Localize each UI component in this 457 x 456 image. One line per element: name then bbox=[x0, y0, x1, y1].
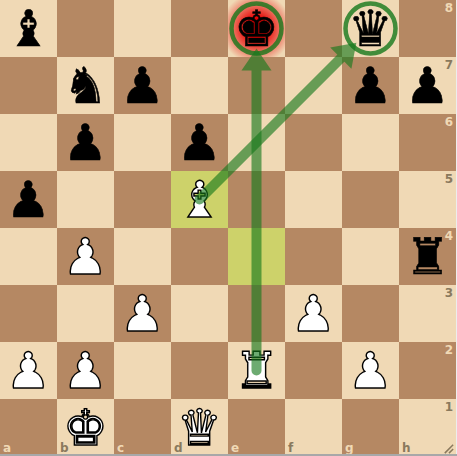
square-f7[interactable] bbox=[285, 57, 342, 114]
square-d6[interactable]: ♟ bbox=[171, 114, 228, 171]
piece-white-bishop[interactable]: ♝ bbox=[171, 171, 228, 228]
square-e1[interactable]: e bbox=[228, 399, 285, 456]
square-b5[interactable] bbox=[57, 171, 114, 228]
piece-black-pawn[interactable]: ♟ bbox=[399, 57, 456, 114]
square-e8[interactable]: ♚ bbox=[228, 0, 285, 57]
square-c2[interactable] bbox=[114, 342, 171, 399]
square-c6[interactable] bbox=[114, 114, 171, 171]
square-f3[interactable]: ♟ bbox=[285, 285, 342, 342]
piece-white-queen[interactable]: ♛ bbox=[171, 399, 228, 456]
square-b1[interactable]: ♚b bbox=[57, 399, 114, 456]
piece-white-king[interactable]: ♚ bbox=[57, 399, 114, 456]
board-resize-handle-icon[interactable] bbox=[442, 442, 455, 455]
rank-label-1: 1 bbox=[445, 400, 453, 414]
square-g6[interactable] bbox=[342, 114, 399, 171]
rank-label-2: 2 bbox=[445, 343, 453, 357]
square-a6[interactable] bbox=[0, 114, 57, 171]
piece-black-queen[interactable]: ♛ bbox=[342, 0, 399, 57]
piece-black-pawn[interactable]: ♟ bbox=[171, 114, 228, 171]
file-label-g: g bbox=[345, 441, 354, 455]
square-g5[interactable] bbox=[342, 171, 399, 228]
chess-board-widget: ♝♚♛8♞♟♟♟7♟♟6♟♝5♟♜4♟♟3♟♟♜♟2a♚bc♛defgh1 bbox=[0, 0, 457, 456]
piece-black-pawn[interactable]: ♟ bbox=[114, 57, 171, 114]
square-h2[interactable]: 2 bbox=[399, 342, 456, 399]
square-h6[interactable]: 6 bbox=[399, 114, 456, 171]
square-f4[interactable] bbox=[285, 228, 342, 285]
piece-black-pawn[interactable]: ♟ bbox=[57, 114, 114, 171]
square-f2[interactable] bbox=[285, 342, 342, 399]
piece-white-pawn[interactable]: ♟ bbox=[57, 228, 114, 285]
square-f8[interactable] bbox=[285, 0, 342, 57]
piece-black-rook[interactable]: ♜ bbox=[399, 228, 456, 285]
square-h7[interactable]: ♟7 bbox=[399, 57, 456, 114]
piece-white-pawn[interactable]: ♟ bbox=[0, 342, 57, 399]
square-a8[interactable]: ♝ bbox=[0, 0, 57, 57]
square-c8[interactable] bbox=[114, 0, 171, 57]
rank-label-5: 5 bbox=[445, 172, 453, 186]
square-c5[interactable] bbox=[114, 171, 171, 228]
square-a3[interactable] bbox=[0, 285, 57, 342]
square-d7[interactable] bbox=[171, 57, 228, 114]
file-label-e: e bbox=[231, 441, 239, 455]
square-a2[interactable]: ♟ bbox=[0, 342, 57, 399]
square-e4[interactable] bbox=[228, 228, 285, 285]
square-g8[interactable]: ♛ bbox=[342, 0, 399, 57]
file-label-a: a bbox=[3, 441, 11, 455]
piece-white-pawn[interactable]: ♟ bbox=[57, 342, 114, 399]
rank-label-3: 3 bbox=[445, 286, 453, 300]
square-b4[interactable]: ♟ bbox=[57, 228, 114, 285]
file-label-f: f bbox=[288, 441, 293, 455]
piece-black-pawn[interactable]: ♟ bbox=[0, 171, 57, 228]
file-label-h: h bbox=[402, 441, 411, 455]
square-b7[interactable]: ♞ bbox=[57, 57, 114, 114]
square-d5[interactable]: ♝ bbox=[171, 171, 228, 228]
square-b6[interactable]: ♟ bbox=[57, 114, 114, 171]
piece-white-rook[interactable]: ♜ bbox=[228, 342, 285, 399]
square-a5[interactable]: ♟ bbox=[0, 171, 57, 228]
square-e7[interactable] bbox=[228, 57, 285, 114]
square-f1[interactable]: f bbox=[285, 399, 342, 456]
square-d3[interactable] bbox=[171, 285, 228, 342]
square-c3[interactable]: ♟ bbox=[114, 285, 171, 342]
square-g3[interactable] bbox=[342, 285, 399, 342]
piece-black-pawn[interactable]: ♟ bbox=[342, 57, 399, 114]
square-b8[interactable] bbox=[57, 0, 114, 57]
square-h8[interactable]: 8 bbox=[399, 0, 456, 57]
square-a1[interactable]: a bbox=[0, 399, 57, 456]
square-f5[interactable] bbox=[285, 171, 342, 228]
square-d8[interactable] bbox=[171, 0, 228, 57]
piece-white-pawn[interactable]: ♟ bbox=[114, 285, 171, 342]
square-d4[interactable] bbox=[171, 228, 228, 285]
square-c7[interactable]: ♟ bbox=[114, 57, 171, 114]
square-g1[interactable]: g bbox=[342, 399, 399, 456]
piece-black-knight[interactable]: ♞ bbox=[57, 57, 114, 114]
rank-label-8: 8 bbox=[445, 1, 453, 15]
square-e3[interactable] bbox=[228, 285, 285, 342]
square-e6[interactable] bbox=[228, 114, 285, 171]
square-c1[interactable]: c bbox=[114, 399, 171, 456]
square-h4[interactable]: ♜4 bbox=[399, 228, 456, 285]
square-g4[interactable] bbox=[342, 228, 399, 285]
piece-black-king[interactable]: ♚ bbox=[228, 0, 285, 57]
chess-board: ♝♚♛8♞♟♟♟7♟♟6♟♝5♟♜4♟♟3♟♟♜♟2a♚bc♛defgh1 bbox=[0, 0, 456, 456]
square-h3[interactable]: 3 bbox=[399, 285, 456, 342]
square-c4[interactable] bbox=[114, 228, 171, 285]
file-label-c: c bbox=[117, 441, 124, 455]
rank-label-6: 6 bbox=[445, 115, 453, 129]
square-a7[interactable] bbox=[0, 57, 57, 114]
piece-black-bishop[interactable]: ♝ bbox=[0, 0, 57, 57]
piece-white-pawn[interactable]: ♟ bbox=[285, 285, 342, 342]
square-b2[interactable]: ♟ bbox=[57, 342, 114, 399]
square-g7[interactable]: ♟ bbox=[342, 57, 399, 114]
square-h5[interactable]: 5 bbox=[399, 171, 456, 228]
square-b3[interactable] bbox=[57, 285, 114, 342]
square-e2[interactable]: ♜ bbox=[228, 342, 285, 399]
piece-white-pawn[interactable]: ♟ bbox=[342, 342, 399, 399]
square-d2[interactable] bbox=[171, 342, 228, 399]
square-e5[interactable] bbox=[228, 171, 285, 228]
square-a4[interactable] bbox=[0, 228, 57, 285]
square-h1[interactable]: h1 bbox=[399, 399, 456, 456]
square-g2[interactable]: ♟ bbox=[342, 342, 399, 399]
square-d1[interactable]: ♛d bbox=[171, 399, 228, 456]
square-f6[interactable] bbox=[285, 114, 342, 171]
